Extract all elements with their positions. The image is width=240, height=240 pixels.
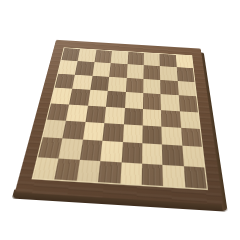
board-square	[100, 141, 122, 162]
board-square	[160, 66, 177, 80]
board-square	[160, 80, 178, 95]
board-square	[106, 91, 125, 108]
board-square	[160, 54, 177, 68]
board-square	[178, 95, 197, 112]
board-square	[177, 81, 196, 97]
board-square	[143, 93, 161, 110]
board-square	[75, 61, 94, 75]
board-square	[162, 127, 182, 146]
board-frame	[15, 40, 223, 205]
board-square	[109, 63, 127, 77]
board-square	[144, 53, 160, 66]
board-square	[78, 49, 96, 62]
board-square	[80, 140, 103, 161]
board-square	[142, 143, 163, 164]
board-square	[92, 62, 110, 76]
board-square	[181, 128, 202, 147]
board-square	[142, 163, 164, 186]
board-square	[69, 89, 90, 105]
board-square	[163, 164, 185, 187]
board-square	[83, 122, 105, 141]
board-square	[142, 125, 162, 144]
chessboard	[15, 40, 223, 205]
board-square	[180, 111, 200, 129]
board-square	[125, 92, 144, 109]
board-square	[98, 161, 121, 184]
board-square	[121, 142, 142, 163]
board-square	[104, 106, 124, 124]
board-square	[161, 94, 180, 111]
board-square	[176, 67, 194, 81]
board-square	[108, 77, 127, 92]
board-square	[176, 55, 193, 69]
board-square	[88, 90, 108, 106]
board-square	[72, 75, 92, 90]
board-square	[143, 79, 161, 94]
board-square	[162, 145, 183, 166]
board-square	[90, 76, 109, 91]
board-square	[127, 52, 144, 65]
board-inlay-line	[32, 47, 208, 190]
board-square	[111, 51, 128, 64]
board-square	[182, 146, 204, 167]
board-square	[125, 78, 143, 93]
board-square	[76, 159, 100, 182]
board-square	[143, 65, 160, 79]
board-square	[183, 166, 206, 189]
board-square	[122, 124, 142, 143]
board-square	[94, 50, 112, 63]
board-square	[120, 162, 142, 185]
board-square	[126, 64, 143, 78]
board-square	[123, 108, 142, 126]
board-square	[143, 109, 162, 127]
board-square	[161, 110, 181, 128]
board-square	[85, 105, 106, 123]
board-square	[102, 123, 123, 142]
product-photo	[0, 0, 240, 240]
playing-area	[33, 48, 207, 189]
